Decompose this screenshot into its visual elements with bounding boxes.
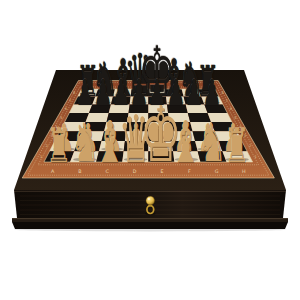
file-label-h: H [242,169,246,174]
square-b5 [86,113,109,122]
piece-shadow [80,94,96,97]
rank-label-left-5: 5 [60,116,62,120]
square-d6 [129,105,149,113]
drawer-knob [146,196,155,205]
square-b4 [82,122,107,131]
square-e5 [148,113,169,122]
piece-shadow [53,147,75,150]
rank-label-left-8: 8 [73,91,75,95]
rank-label-left-7: 7 [69,99,71,103]
square-e6 [148,105,168,113]
file-label-e: E [160,169,163,174]
piece-shadow [197,147,219,150]
piece-shadow [149,94,165,97]
piece-shadow [98,94,114,97]
square-g3 [193,131,219,141]
rank-label-right-7: 7 [225,99,227,103]
square-b3 [78,131,104,141]
rank-label-left-2: 2 [45,144,47,148]
piece-shadow [201,94,217,97]
chess-box-product-photo: ABCDEFGH8877665544332211 ♜♞♝♛♚♝♞♜♟♟♟♟♟♟♟… [0,0,300,300]
square-c4 [104,122,127,131]
piece-shadow [48,158,71,162]
square-f3 [170,131,195,141]
rank-label-right-2: 2 [249,144,251,148]
rank-label-right-8: 8 [221,91,223,95]
rank-label-right-1: 1 [254,155,256,159]
file-label-g: G [215,169,219,174]
square-f6 [167,105,188,113]
file-label-d: D [133,169,137,174]
piece-shadow [73,158,96,162]
piece-shadow [226,158,249,162]
piece-shadow [149,158,172,162]
piece-shadow [167,101,184,104]
piece-shadow [185,101,202,104]
square-b6 [89,105,111,113]
piece-shadow [131,101,148,104]
piece-shadow [77,147,99,150]
square-d3 [125,131,148,141]
square-c5 [106,113,128,122]
piece-shadow [149,101,166,104]
rank-label-left-1: 1 [40,155,42,159]
square-c6 [109,105,130,113]
rank-label-right-5: 5 [234,116,236,120]
piece-shadow [132,94,148,97]
square-g6 [186,105,208,113]
piece-shadow [173,147,195,150]
piece-shadow [149,147,171,150]
file-label-f: F [188,169,191,174]
file-label-b: B [78,169,81,174]
knob-specular [148,198,150,200]
square-g4 [190,122,215,131]
rank-label-left-6: 6 [65,107,67,111]
square-d5 [127,113,148,122]
square-f4 [169,122,192,131]
piece-shadow [175,158,198,162]
square-g5 [188,113,211,122]
piece-shadow [115,94,131,97]
piece-shadow [166,94,182,97]
piece-shadow [101,147,123,150]
square-e3 [148,131,171,141]
piece-shadow [183,94,199,97]
piece-shadow [95,101,112,104]
piece-shadow [200,158,223,162]
piece-shadow [221,147,243,150]
piece-shadow [113,101,130,104]
square-c3 [102,131,127,141]
square-f5 [168,113,190,122]
chess-board-case: ABCDEFGH8877665544332211 [0,0,300,300]
piece-shadow [76,101,93,104]
piece-shadow [125,147,147,150]
rank-label-left-3: 3 [51,134,53,138]
rank-label-right-3: 3 [244,134,246,138]
square-d4 [126,122,148,131]
piece-shadow [204,101,221,104]
square-e4 [148,122,170,131]
piece-shadow [99,158,122,162]
rank-label-right-6: 6 [230,107,232,111]
piece-shadow [124,158,147,162]
floor-shadow [14,228,286,232]
